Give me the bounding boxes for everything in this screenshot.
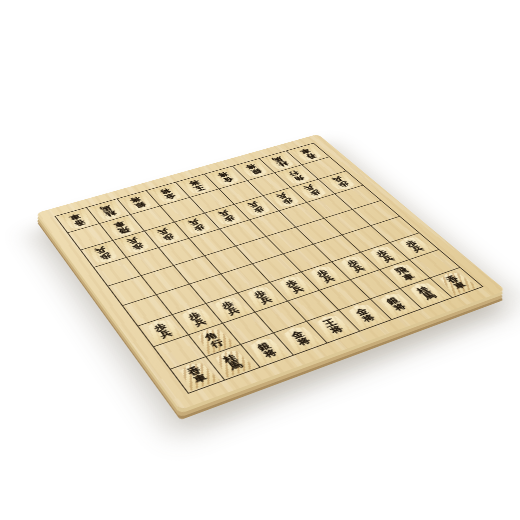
piece-kanji: 馬	[422, 292, 439, 302]
piece-kanji: 将	[328, 325, 345, 336]
piece-kanji: 車	[452, 281, 469, 291]
piece-kanji: 将	[391, 302, 408, 312]
piece-kanji: 兵	[158, 329, 174, 340]
board-grid: 香車桂馬銀将金将玉将金将銀将桂馬香車飛車角行歩兵歩兵歩兵歩兵歩兵歩兵歩兵歩兵歩兵…	[55, 143, 484, 394]
piece-kanji: 兵	[381, 255, 397, 264]
piece-kanji: 兵	[351, 264, 367, 273]
piece-kanji: 車	[401, 273, 417, 282]
piece-kanji: 将	[360, 313, 377, 323]
piece-kanji: 将	[262, 348, 279, 359]
piece-kanji: 兵	[225, 306, 241, 316]
piece-kanji: 兵	[192, 318, 208, 328]
piece-kanji: 車	[192, 373, 209, 385]
shogi-board: 香車桂馬銀将金将玉将金将銀将桂馬香車飛車角行歩兵歩兵歩兵歩兵歩兵歩兵歩兵歩兵歩兵…	[36, 134, 506, 410]
shogi-set-photo: 香車桂馬銀将金将玉将金将銀将桂馬香車飛車角行歩兵歩兵歩兵歩兵歩兵歩兵歩兵歩兵歩兵…	[0, 0, 520, 520]
piece-kanji: 兵	[258, 296, 274, 306]
piece-kanji: 行	[209, 338, 226, 349]
piece-kanji: 将	[295, 336, 312, 347]
piece-kanji: 馬	[227, 361, 244, 372]
piece-kanji: 兵	[290, 285, 306, 295]
piece-kanji: 兵	[410, 245, 426, 254]
shogi-board-3d-wrapper: 香車桂馬銀将金将玉将金将銀将桂馬香車飛車角行歩兵歩兵歩兵歩兵歩兵歩兵歩兵歩兵歩兵…	[36, 134, 506, 410]
piece-kanji: 兵	[321, 275, 337, 284]
